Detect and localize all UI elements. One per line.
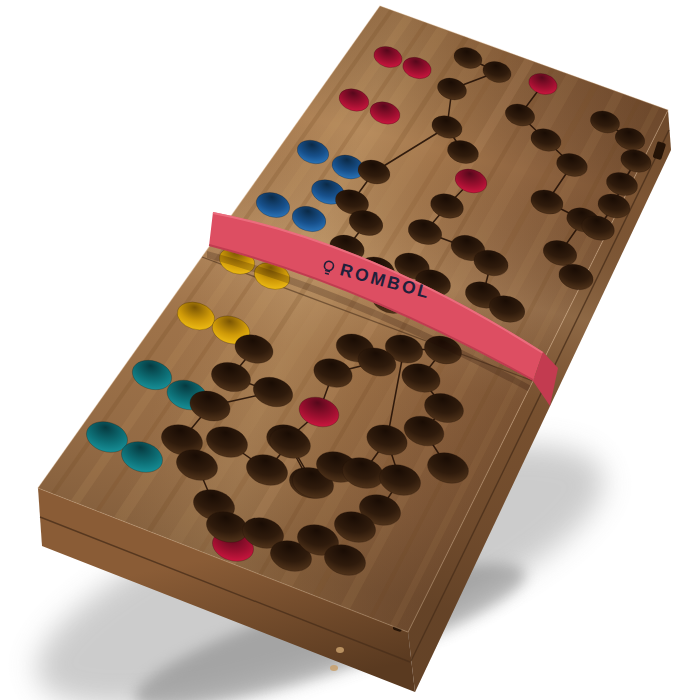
ludo-board-photo: ROMBOL <box>0 0 700 700</box>
product-photo-canvas: ROMBOL <box>0 0 700 700</box>
dowel-pin <box>330 665 338 671</box>
dowel-pin <box>336 647 344 653</box>
